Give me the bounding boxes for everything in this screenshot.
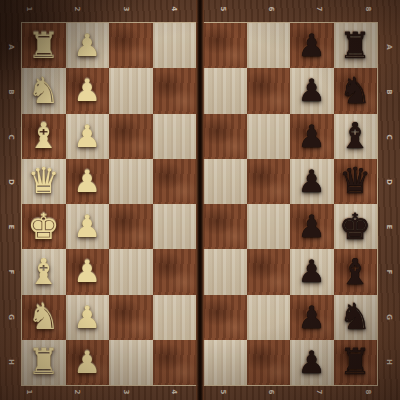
square-g7[interactable]: ♟	[290, 295, 334, 340]
square-d4[interactable]	[153, 159, 197, 204]
square-c5[interactable]	[203, 114, 247, 159]
label-right-file-D: D	[385, 179, 393, 185]
label-right-file-G: G	[385, 314, 393, 320]
label-top-rank-7: 7	[315, 7, 323, 12]
square-h3[interactable]	[109, 340, 153, 385]
label-bottom-rank-8: 8	[364, 390, 372, 395]
square-e3[interactable]	[109, 204, 153, 249]
square-d6[interactable]	[247, 159, 291, 204]
white-bishop-icon: ♝	[28, 118, 60, 154]
square-d2[interactable]: ♟	[66, 159, 110, 204]
square-h4[interactable]	[153, 340, 197, 385]
square-h7[interactable]: ♟	[290, 340, 334, 385]
label-top-rank-3: 3	[122, 7, 130, 12]
square-g1[interactable]: ♞	[22, 295, 66, 340]
square-h8[interactable]: ♜	[334, 340, 378, 385]
square-d3[interactable]	[109, 159, 153, 204]
square-d7[interactable]: ♟	[290, 159, 334, 204]
square-e5[interactable]	[203, 204, 247, 249]
square-e2[interactable]: ♟	[66, 204, 110, 249]
square-a4[interactable]	[153, 23, 197, 68]
square-g5[interactable]	[203, 295, 247, 340]
square-e1[interactable]: ♚	[22, 204, 66, 249]
white-rook-icon: ♜	[28, 28, 60, 64]
square-a3[interactable]	[109, 23, 153, 68]
black-pawn-icon: ♟	[298, 75, 326, 106]
square-b5[interactable]	[203, 68, 247, 113]
label-bottom-rank-1: 1	[25, 390, 33, 395]
white-pawn-icon: ♟	[73, 211, 101, 242]
square-a2[interactable]: ♟	[66, 23, 110, 68]
square-d5[interactable]	[203, 159, 247, 204]
label-left-file-G: G	[7, 314, 15, 320]
square-b6[interactable]	[247, 68, 291, 113]
square-e4[interactable]	[153, 204, 197, 249]
square-h5[interactable]	[203, 340, 247, 385]
square-g8[interactable]: ♞	[334, 295, 378, 340]
label-top-rank-6: 6	[267, 7, 275, 12]
label-bottom-rank-5: 5	[219, 390, 227, 395]
black-pawn-icon: ♟	[298, 121, 326, 152]
square-f5[interactable]	[203, 249, 247, 294]
square-h1[interactable]: ♜	[22, 340, 66, 385]
square-f2[interactable]: ♟	[66, 249, 110, 294]
square-a5[interactable]	[203, 23, 247, 68]
label-right-file-A: A	[385, 44, 393, 49]
label-bottom-rank-3: 3	[122, 390, 130, 395]
black-pawn-icon: ♟	[298, 256, 326, 287]
square-g4[interactable]	[153, 295, 197, 340]
label-top-rank-8: 8	[364, 7, 372, 12]
square-a6[interactable]	[247, 23, 291, 68]
label-right-file-E: E	[385, 225, 393, 230]
square-c4[interactable]	[153, 114, 197, 159]
square-d1[interactable]: ♛	[22, 159, 66, 204]
white-king-icon: ♚	[28, 209, 60, 245]
black-king-icon: ♚	[339, 209, 371, 245]
white-pawn-icon: ♟	[73, 166, 101, 197]
square-c8[interactable]: ♝	[334, 114, 378, 159]
black-pawn-icon: ♟	[298, 302, 326, 333]
square-f1[interactable]: ♝	[22, 249, 66, 294]
square-b3[interactable]	[109, 68, 153, 113]
black-queen-icon: ♛	[339, 163, 371, 199]
black-pawn-icon: ♟	[298, 30, 326, 61]
label-left-file-C: C	[7, 134, 15, 139]
white-knight-icon: ♞	[28, 299, 60, 335]
white-rook-icon: ♜	[28, 344, 60, 380]
square-d8[interactable]: ♛	[334, 159, 378, 204]
square-f8[interactable]: ♝	[334, 249, 378, 294]
label-right-file-B: B	[385, 89, 393, 94]
square-f3[interactable]	[109, 249, 153, 294]
label-left-file-H: H	[7, 359, 15, 365]
square-g2[interactable]: ♟	[66, 295, 110, 340]
square-c6[interactable]	[247, 114, 291, 159]
label-bottom-rank-7: 7	[315, 390, 323, 395]
black-rook-icon: ♜	[339, 344, 371, 380]
white-knight-icon: ♞	[28, 73, 60, 109]
white-queen-icon: ♛	[28, 163, 60, 199]
label-left-file-E: E	[7, 225, 15, 230]
square-f6[interactable]	[247, 249, 291, 294]
square-e6[interactable]	[247, 204, 291, 249]
label-bottom-rank-2: 2	[73, 390, 81, 395]
black-rook-icon: ♜	[339, 28, 371, 64]
label-bottom-rank-4: 4	[170, 390, 178, 395]
square-b1[interactable]: ♞	[22, 68, 66, 113]
label-right-file-H: H	[385, 359, 393, 365]
square-e8[interactable]: ♚	[334, 204, 378, 249]
square-e7[interactable]: ♟	[290, 204, 334, 249]
square-g6[interactable]	[247, 295, 291, 340]
square-c2[interactable]: ♟	[66, 114, 110, 159]
black-knight-icon: ♞	[339, 73, 371, 109]
label-top-rank-5: 5	[219, 7, 227, 12]
white-pawn-icon: ♟	[73, 302, 101, 333]
chessboard-photo: ♜♟♟♜♞♟♟♞♝♟♟♝♛♟♟♛♚♟♟♚♝♟♟♝♞♟♟♞♜♟♟♜ 1234567…	[0, 0, 400, 400]
label-right-file-F: F	[385, 270, 393, 275]
black-pawn-icon: ♟	[298, 347, 326, 378]
label-top-rank-2: 2	[73, 7, 81, 12]
square-h6[interactable]	[247, 340, 291, 385]
black-pawn-icon: ♟	[298, 211, 326, 242]
square-a7[interactable]: ♟	[290, 23, 334, 68]
label-top-rank-1: 1	[25, 7, 33, 12]
label-left-file-D: D	[7, 179, 15, 185]
square-a8[interactable]: ♜	[334, 23, 378, 68]
board-fold-seam	[196, 0, 204, 400]
label-left-file-B: B	[7, 89, 15, 94]
square-b7[interactable]: ♟	[290, 68, 334, 113]
white-pawn-icon: ♟	[73, 256, 101, 287]
label-right-file-C: C	[385, 134, 393, 139]
square-c3[interactable]	[109, 114, 153, 159]
black-pawn-icon: ♟	[298, 166, 326, 197]
white-pawn-icon: ♟	[73, 347, 101, 378]
white-bishop-icon: ♝	[28, 254, 60, 290]
square-f7[interactable]: ♟	[290, 249, 334, 294]
label-left-file-F: F	[7, 270, 15, 275]
black-bishop-icon: ♝	[339, 254, 371, 290]
black-bishop-icon: ♝	[339, 118, 371, 154]
black-knight-icon: ♞	[339, 299, 371, 335]
square-g3[interactable]	[109, 295, 153, 340]
label-top-rank-4: 4	[170, 7, 178, 12]
square-b2[interactable]: ♟	[66, 68, 110, 113]
square-b8[interactable]: ♞	[334, 68, 378, 113]
white-pawn-icon: ♟	[73, 121, 101, 152]
label-bottom-rank-6: 6	[267, 390, 275, 395]
white-pawn-icon: ♟	[73, 30, 101, 61]
square-h2[interactable]: ♟	[66, 340, 110, 385]
square-a1[interactable]: ♜	[22, 23, 66, 68]
square-f4[interactable]	[153, 249, 197, 294]
square-c1[interactable]: ♝	[22, 114, 66, 159]
label-left-file-A: A	[7, 44, 15, 49]
white-pawn-icon: ♟	[73, 75, 101, 106]
square-b4[interactable]	[153, 68, 197, 113]
square-c7[interactable]: ♟	[290, 114, 334, 159]
